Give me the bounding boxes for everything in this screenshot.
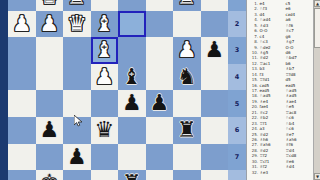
board-square-r8c8[interactable] [201,170,229,180]
white-rook-piece[interactable]: ♜ [173,0,201,11]
white-move[interactable]: ♗e3 [260,170,286,175]
board-square-r5c8[interactable] [201,90,229,117]
board-square-r6c4[interactable]: ♛ [91,117,119,144]
white-pawn-piece[interactable]: ♟ [36,11,64,38]
board-left-frame [0,0,8,180]
board-square-r1c3[interactable]: ♜ [63,0,91,11]
black-move[interactable] [286,170,312,175]
black-pawn-piece[interactable]: ♟ [63,144,91,171]
white-bishop-piece[interactable]: ♝ [91,11,119,38]
board-square-r1c4[interactable] [91,0,119,11]
board-square-r1c8[interactable] [201,0,229,11]
board-square-r4c1[interactable] [8,64,36,91]
board-square-r8c5[interactable]: ♜ [118,170,146,180]
board-square-r1c2[interactable]: ♚ [36,0,64,11]
board-square-r7c5[interactable] [118,144,146,171]
board-square-r3c5[interactable] [118,37,146,64]
chess-app-window: ♚♜♜♟♟♛♝♝♟♟♟♝♞♟♟♟♛♜♟♚♜ 12345678 1.e4c52.♘… [0,0,320,180]
board-square-r6c1[interactable] [8,117,36,144]
move-row-32[interactable]: 32.♗e3 [248,170,314,175]
board-square-r6c6[interactable] [146,117,174,144]
board-square-r5c4[interactable] [91,90,119,117]
white-pawn-piece[interactable]: ♟ [91,64,119,91]
board-square-r5c5[interactable]: ♟ [118,90,146,117]
black-pawn-piece[interactable]: ♟ [201,37,229,64]
board-square-r2c6[interactable] [146,11,174,38]
board-row-rank-6: ♟♛♜ [8,117,228,144]
board-square-r6c2[interactable]: ♟ [36,117,64,144]
white-pawn-piece[interactable]: ♟ [173,37,201,64]
board-square-r1c6[interactable] [146,0,174,11]
move-list-panel[interactable]: 1.e4c52.♘f3e63.d4cxd44.♘xd4a65.♗d3♘f66.O… [246,0,320,180]
board-square-r8c1[interactable] [8,170,36,180]
board-square-r5c1[interactable] [8,90,36,117]
rank-label-4: 4 [228,64,246,91]
white-king-piece[interactable]: ♚ [36,0,64,11]
board-square-r3c1[interactable] [8,37,36,64]
rank-label-8: 8 [228,170,246,180]
board-square-r5c7[interactable] [173,90,201,117]
rank-label-3: 3 [228,37,246,64]
board-row-rank-1: ♚♜♜ [8,0,228,11]
black-queen-piece[interactable]: ♛ [91,117,119,144]
board-row-rank-2: ♟♟♛♝ [8,11,228,38]
board-row-rank-5: ♟♟ [8,90,228,117]
black-rook-piece[interactable]: ♜ [173,117,201,144]
rank-label-6: 6 [228,117,246,144]
board-square-r6c8[interactable] [201,117,229,144]
board-square-r3c6[interactable] [146,37,174,64]
board-square-r4c5[interactable]: ♝ [118,64,146,91]
board-square-r1c7[interactable]: ♜ [173,0,201,11]
board-square-r4c3[interactable] [63,64,91,91]
board-square-r7c1[interactable] [8,144,36,171]
board-row-rank-7: ♟ [8,144,228,171]
board-square-r1c1[interactable] [8,0,36,11]
board-square-r4c7[interactable]: ♞ [173,64,201,91]
black-knight-piece[interactable]: ♞ [173,64,201,91]
board-square-r3c8[interactable]: ♟ [201,37,229,64]
white-bishop-piece[interactable]: ♝ [91,37,119,64]
board-square-r5c6[interactable]: ♟ [146,90,174,117]
board-square-r2c8[interactable] [201,11,229,38]
board-square-r8c2[interactable]: ♚ [36,170,64,180]
board-square-r4c8[interactable] [201,64,229,91]
board-square-r6c5[interactable] [118,117,146,144]
board-row-rank-8: ♚♜ [8,170,228,180]
board-square-r6c7[interactable]: ♜ [173,117,201,144]
scrollbar-thumb[interactable] [314,8,320,48]
board-square-r8c6[interactable] [146,170,174,180]
board-square-r7c8[interactable] [201,144,229,171]
black-pawn-piece[interactable]: ♟ [118,90,146,117]
board-square-r7c4[interactable] [91,144,119,171]
board-square-r7c7[interactable] [173,144,201,171]
board-square-r8c3[interactable] [63,170,91,180]
board-square-r2c2[interactable]: ♟ [36,11,64,38]
white-queen-piece[interactable]: ♛ [63,11,91,38]
board-square-r5c3[interactable] [63,90,91,117]
board-square-r4c4[interactable]: ♟ [91,64,119,91]
board-square-r2c1[interactable]: ♟ [8,11,36,38]
board-square-r7c6[interactable] [146,144,174,171]
board-square-r7c2[interactable] [36,144,64,171]
white-pawn-piece[interactable]: ♟ [8,11,36,38]
board-square-r8c4[interactable] [91,170,119,180]
white-rook-piece[interactable]: ♜ [63,0,91,11]
rank-label-gutter: 12345678 [228,0,246,180]
board-square-r3c4-highlighted[interactable]: ♝ [91,37,119,64]
black-pawn-piece[interactable]: ♟ [36,117,64,144]
move-list-scrollbar[interactable]: ▲ ▼ [313,0,320,180]
board-square-r1c5[interactable] [118,0,146,11]
board-square-r7c3[interactable]: ♟ [63,144,91,171]
board-row-rank-3: ♝♟♟ [8,37,228,64]
board-square-r4c2[interactable] [36,64,64,91]
rank-label-7: 7 [228,144,246,171]
board-square-r2c4[interactable]: ♝ [91,11,119,38]
rank-label-2: 2 [228,11,246,38]
move-number: 32. [248,170,260,175]
board-square-r2c3[interactable]: ♛ [63,11,91,38]
board-square-r8c7[interactable] [173,170,201,180]
move-list-rows[interactable]: 1.e4c52.♘f3e63.d4cxd44.♘xd4a65.♗d3♘f66.O… [248,1,314,179]
black-rook-piece[interactable]: ♜ [118,170,146,180]
board-square-r3c7[interactable]: ♟ [173,37,201,64]
board-square-r3c3[interactable] [63,37,91,64]
board-row-rank-4: ♟♝♞ [8,64,228,91]
board-square-r3c2[interactable] [36,37,64,64]
black-bishop-piece[interactable]: ♝ [118,64,146,91]
scrollbar-up-icon[interactable]: ▲ [314,0,320,7]
black-pawn-piece[interactable]: ♟ [146,90,174,117]
chess-board[interactable]: ♚♜♜♟♟♛♝♝♟♟♟♝♞♟♟♟♛♜♟♚♜ [8,0,228,180]
board-square-r2c7[interactable] [173,11,201,38]
board-square-r5c2[interactable] [36,90,64,117]
black-king-piece[interactable]: ♚ [36,170,64,180]
rank-label-5: 5 [228,90,246,117]
board-square-r4c6[interactable] [146,64,174,91]
board-square-r2c5-highlighted[interactable] [118,11,146,38]
rank-label-1: 1 [228,0,246,11]
scrollbar-down-icon[interactable]: ▼ [314,173,320,180]
board-square-r6c3[interactable] [63,117,91,144]
